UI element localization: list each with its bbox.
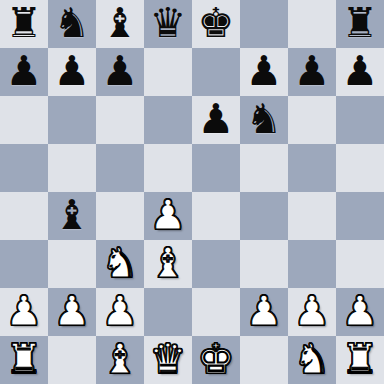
square-f8[interactable]: [240, 0, 288, 48]
square-b1[interactable]: [48, 336, 96, 384]
black-pawn[interactable]: ♟: [102, 47, 139, 95]
white-pawn[interactable]: ♟: [54, 287, 91, 335]
square-e2[interactable]: [192, 288, 240, 336]
square-a3[interactable]: [0, 240, 48, 288]
white-pawn[interactable]: ♟: [102, 287, 139, 335]
white-pawn[interactable]: ♟: [6, 287, 43, 335]
square-g1[interactable]: ♞: [288, 336, 336, 384]
black-pawn[interactable]: ♟: [54, 47, 91, 95]
square-f3[interactable]: [240, 240, 288, 288]
square-d7[interactable]: [144, 48, 192, 96]
white-pawn[interactable]: ♟: [246, 287, 283, 335]
white-bishop[interactable]: ♝: [102, 335, 139, 383]
white-knight[interactable]: ♞: [102, 239, 139, 287]
square-a5[interactable]: [0, 144, 48, 192]
black-pawn[interactable]: ♟: [198, 95, 235, 143]
white-bishop[interactable]: ♝: [150, 239, 187, 287]
square-g2[interactable]: ♟: [288, 288, 336, 336]
square-c2[interactable]: ♟: [96, 288, 144, 336]
black-rook[interactable]: ♜: [6, 0, 43, 47]
square-d6[interactable]: [144, 96, 192, 144]
square-f4[interactable]: [240, 192, 288, 240]
white-pawn[interactable]: ♟: [150, 191, 187, 239]
square-e1[interactable]: ♚: [192, 336, 240, 384]
square-g8[interactable]: [288, 0, 336, 48]
square-c1[interactable]: ♝: [96, 336, 144, 384]
white-king[interactable]: ♚: [198, 335, 235, 383]
black-pawn[interactable]: ♟: [342, 47, 379, 95]
white-queen[interactable]: ♛: [150, 335, 187, 383]
square-b3[interactable]: [48, 240, 96, 288]
square-f7[interactable]: ♟: [240, 48, 288, 96]
square-f5[interactable]: [240, 144, 288, 192]
square-c5[interactable]: [96, 144, 144, 192]
black-bishop[interactable]: ♝: [54, 191, 91, 239]
square-f1[interactable]: [240, 336, 288, 384]
square-f2[interactable]: ♟: [240, 288, 288, 336]
square-h1[interactable]: ♜: [336, 336, 384, 384]
square-g7[interactable]: ♟: [288, 48, 336, 96]
square-f6[interactable]: ♞: [240, 96, 288, 144]
square-b8[interactable]: ♞: [48, 0, 96, 48]
square-c6[interactable]: [96, 96, 144, 144]
square-c8[interactable]: ♝: [96, 0, 144, 48]
square-b4[interactable]: ♝: [48, 192, 96, 240]
black-king[interactable]: ♚: [198, 0, 235, 47]
black-bishop[interactable]: ♝: [102, 0, 139, 47]
square-d2[interactable]: [144, 288, 192, 336]
square-b2[interactable]: ♟: [48, 288, 96, 336]
square-e8[interactable]: ♚: [192, 0, 240, 48]
white-rook[interactable]: ♜: [342, 335, 379, 383]
square-b5[interactable]: [48, 144, 96, 192]
square-e4[interactable]: [192, 192, 240, 240]
square-e3[interactable]: [192, 240, 240, 288]
black-knight[interactable]: ♞: [246, 95, 283, 143]
square-g5[interactable]: [288, 144, 336, 192]
square-g4[interactable]: [288, 192, 336, 240]
square-h7[interactable]: ♟: [336, 48, 384, 96]
white-rook[interactable]: ♜: [6, 335, 43, 383]
square-e5[interactable]: [192, 144, 240, 192]
square-g3[interactable]: [288, 240, 336, 288]
square-a7[interactable]: ♟: [0, 48, 48, 96]
square-d5[interactable]: [144, 144, 192, 192]
black-pawn[interactable]: ♟: [246, 47, 283, 95]
square-d3[interactable]: ♝: [144, 240, 192, 288]
square-c3[interactable]: ♞: [96, 240, 144, 288]
square-d8[interactable]: ♛: [144, 0, 192, 48]
black-knight[interactable]: ♞: [54, 0, 91, 47]
black-pawn[interactable]: ♟: [294, 47, 331, 95]
square-a6[interactable]: [0, 96, 48, 144]
square-d4[interactable]: ♟: [144, 192, 192, 240]
square-h2[interactable]: ♟: [336, 288, 384, 336]
black-queen[interactable]: ♛: [150, 0, 187, 47]
square-h3[interactable]: [336, 240, 384, 288]
square-h8[interactable]: ♜: [336, 0, 384, 48]
square-h5[interactable]: [336, 144, 384, 192]
square-h4[interactable]: [336, 192, 384, 240]
square-e6[interactable]: ♟: [192, 96, 240, 144]
square-e7[interactable]: [192, 48, 240, 96]
square-c7[interactable]: ♟: [96, 48, 144, 96]
square-c4[interactable]: [96, 192, 144, 240]
square-b7[interactable]: ♟: [48, 48, 96, 96]
chess-board: ♜♞♝♛♚♜♟♟♟♟♟♟♟♞♝♟♞♝♟♟♟♟♟♟♜♝♛♚♞♜: [0, 0, 384, 384]
black-pawn[interactable]: ♟: [6, 47, 43, 95]
square-a8[interactable]: ♜: [0, 0, 48, 48]
white-pawn[interactable]: ♟: [342, 287, 379, 335]
square-h6[interactable]: [336, 96, 384, 144]
white-pawn[interactable]: ♟: [294, 287, 331, 335]
square-a2[interactable]: ♟: [0, 288, 48, 336]
black-rook[interactable]: ♜: [342, 0, 379, 47]
square-a4[interactable]: [0, 192, 48, 240]
square-b6[interactable]: [48, 96, 96, 144]
square-a1[interactable]: ♜: [0, 336, 48, 384]
white-knight[interactable]: ♞: [294, 335, 331, 383]
square-g6[interactable]: [288, 96, 336, 144]
square-d1[interactable]: ♛: [144, 336, 192, 384]
